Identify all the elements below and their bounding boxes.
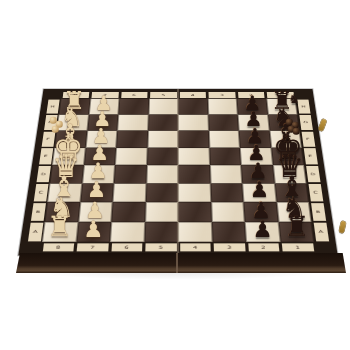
frame-corner [24,242,42,252]
square-b6 [111,202,145,222]
file-label-D: D [306,166,320,182]
left-rim-knob [52,126,59,133]
piece-white-rook: ♜ [47,213,72,241]
board-front-edge [16,253,346,273]
file-label-C: C [308,184,323,201]
rank-label-8: 8 [42,243,74,251]
rank-label-2: 2 [248,243,280,251]
square-a3 [211,222,246,242]
rank-label-4: 4 [180,243,211,251]
square-c6 [113,183,146,202]
right-rim-knob [293,128,300,135]
file-label-E: E [39,148,53,164]
square-d3 [210,165,243,183]
square-a6 [110,222,145,242]
file-label-A: A [27,223,42,241]
file-label-B: B [311,203,326,221]
square-g5 [148,114,178,130]
square-g4 [178,114,208,130]
square-h5 [148,99,178,115]
rank-label-5: 5 [145,243,176,251]
square-b5 [145,202,178,222]
piece-white-pawn: ♟ [83,218,103,241]
square-h6 [118,99,148,115]
file-label-B: B [30,203,45,221]
rim-mini-piece: ♞ [289,93,300,105]
file-label-C: C [33,184,48,201]
square-e3 [209,147,241,165]
square-d5 [146,165,178,183]
brass-latch [318,119,327,132]
square-e4 [178,147,210,165]
square-c4 [178,183,211,202]
square-a4 [178,222,212,242]
square-d6 [114,165,147,183]
rank-label-6: 6 [121,92,148,98]
square-f4 [178,131,209,148]
piece-black-pawn: ♟ [253,218,273,241]
square-f3 [208,131,239,148]
fold-seam-front [176,253,178,273]
square-f5 [147,131,178,148]
square-c5 [145,183,178,202]
square-f6 [116,131,147,148]
square-b4 [178,202,211,222]
file-label-G: G [299,115,313,130]
square-h3 [207,99,237,115]
rank-label-4: 4 [179,92,206,98]
file-label-D: D [36,166,50,182]
file-label-A: A [313,223,328,241]
rank-label-7: 7 [77,243,109,251]
file-label-E: E [303,148,317,164]
square-h4 [178,99,208,115]
file-label-H: H [46,99,59,113]
rank-label-3: 3 [214,243,245,251]
square-b3 [211,202,245,222]
product-photo: 87654321HHGGFFEEDDCCBBAA87654321 ♜♞♝♛♚♝♞… [0,0,350,350]
frame-corner [47,91,62,98]
frame-corner [314,242,332,252]
rank-label-6: 6 [111,243,142,251]
brass-latch [339,221,346,234]
file-label-F: F [301,131,315,146]
rank-label-3: 3 [208,92,235,98]
square-g6 [117,114,148,130]
square-e5 [147,147,179,165]
rank-label-1: 1 [282,243,314,251]
square-g3 [208,114,239,130]
square-e6 [115,147,147,165]
square-c3 [210,183,243,202]
piece-black-rook: ♜ [284,213,309,241]
rank-label-5: 5 [150,92,177,98]
square-d4 [178,165,210,183]
square-a5 [144,222,178,242]
